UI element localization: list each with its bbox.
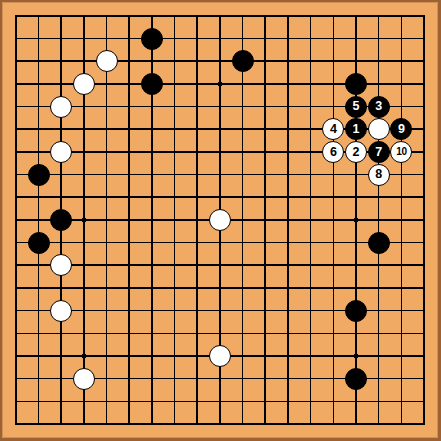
black-stone-G18 bbox=[141, 28, 163, 50]
move-number-label: 4 bbox=[330, 123, 337, 136]
move-9-stone-S14: 9 bbox=[390, 118, 412, 140]
move-number-label: 5 bbox=[353, 100, 360, 113]
move-number-label: 9 bbox=[398, 123, 405, 136]
white-stone-C6 bbox=[50, 300, 72, 322]
star-point bbox=[354, 354, 359, 359]
white-stone-K4 bbox=[209, 345, 231, 367]
board-intersections: 12345678910 bbox=[5, 5, 436, 436]
white-stone-R14 bbox=[368, 118, 390, 140]
white-stone-C13 bbox=[50, 141, 72, 163]
move-number-label: 1 bbox=[353, 123, 360, 136]
move-2-stone-Q13: 2 bbox=[345, 141, 367, 163]
black-stone-Q6 bbox=[345, 300, 367, 322]
star-point bbox=[82, 218, 87, 223]
black-stone-G16 bbox=[141, 73, 163, 95]
white-stone-C8 bbox=[50, 254, 72, 276]
black-stone-B12 bbox=[28, 164, 50, 186]
move-6-stone-P13: 6 bbox=[322, 141, 344, 163]
go-board: 12345678910 bbox=[0, 0, 441, 441]
black-stone-R9 bbox=[368, 232, 390, 254]
white-stone-E17 bbox=[96, 50, 118, 72]
star-point bbox=[218, 82, 223, 87]
move-number-label: 8 bbox=[375, 168, 382, 181]
move-8-stone-R12: 8 bbox=[368, 164, 390, 186]
move-5-stone-Q15: 5 bbox=[345, 96, 367, 118]
move-7-stone-R13: 7 bbox=[368, 141, 390, 163]
white-stone-C15 bbox=[50, 96, 72, 118]
white-stone-D3 bbox=[73, 368, 95, 390]
star-point bbox=[82, 354, 87, 359]
black-stone-C10 bbox=[50, 209, 72, 231]
move-3-stone-R15: 3 bbox=[368, 96, 390, 118]
move-number-label: 7 bbox=[375, 146, 382, 159]
move-number-label: 2 bbox=[353, 146, 360, 159]
star-point bbox=[354, 218, 359, 223]
move-10-stone-S13: 10 bbox=[390, 141, 412, 163]
move-number-label: 3 bbox=[375, 100, 382, 113]
black-stone-Q3 bbox=[345, 368, 367, 390]
black-stone-L17 bbox=[232, 50, 254, 72]
move-1-stone-Q14: 1 bbox=[345, 118, 367, 140]
white-stone-D16 bbox=[73, 73, 95, 95]
white-stone-K10 bbox=[209, 209, 231, 231]
move-number-label: 6 bbox=[330, 146, 337, 159]
black-stone-Q16 bbox=[345, 73, 367, 95]
move-number-label: 10 bbox=[396, 147, 406, 157]
black-stone-B9 bbox=[28, 232, 50, 254]
move-4-stone-P14: 4 bbox=[322, 118, 344, 140]
